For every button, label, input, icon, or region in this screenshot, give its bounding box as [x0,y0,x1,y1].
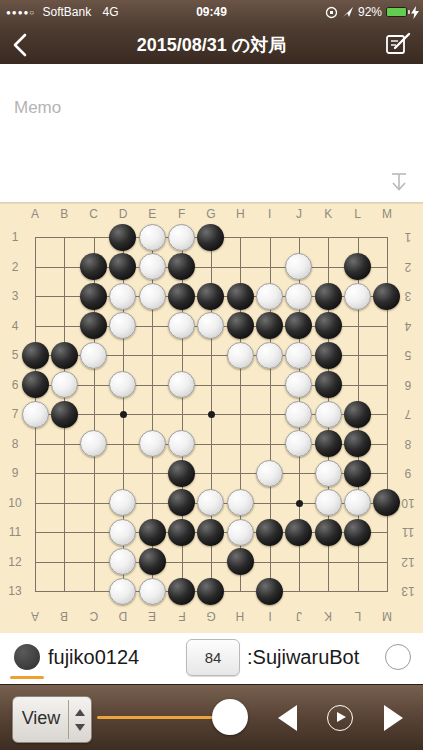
black-stone [315,312,342,339]
row-label-right: 2 [395,260,421,274]
view-button[interactable]: View [12,696,92,743]
black-stone [227,283,254,310]
memo-placeholder: Memo [14,98,61,118]
row-label-left: 2 [2,260,28,274]
star-point [208,411,215,418]
white-stone [109,371,136,398]
white-stone [109,312,136,339]
white-stone [285,253,312,280]
black-stone [168,283,195,310]
row-label-right: 8 [395,437,421,451]
white-stone [227,342,254,369]
black-stone [344,430,371,457]
black-stone [80,312,107,339]
location-icon [342,6,354,18]
column-label-bottom: L [349,609,367,623]
black-stone [197,224,224,251]
view-button-label: View [13,708,69,729]
black-stone [227,548,254,575]
column-label-bottom: C [85,609,103,623]
white-stone [285,401,312,428]
black-stone [139,548,166,575]
white-player-name: :SujiwaruBot [247,646,359,669]
white-stone [80,342,107,369]
view-stepper-icon[interactable] [74,709,86,731]
row-label-left: 13 [2,584,28,598]
column-label-top: D [114,207,132,221]
black-stone [197,578,224,605]
black-stone [168,519,195,546]
status-right: 92% [325,4,419,20]
white-stone [227,519,254,546]
column-label-bottom: F [173,609,191,623]
row-label-right: 11 [395,525,421,539]
black-stone [373,489,400,516]
black-stone [22,371,49,398]
black-stone [80,283,107,310]
white-stone [344,489,371,516]
column-label-bottom: G [202,609,220,623]
black-stone [51,342,78,369]
black-stone [344,253,371,280]
white-stone [139,430,166,457]
stepper-up-icon [75,709,85,716]
battery-icon [386,7,407,17]
row-label-right: 5 [395,348,421,362]
white-stone [285,283,312,310]
column-label-top: L [349,207,367,221]
white-stone [285,342,312,369]
column-label-top: B [55,207,73,221]
white-stone [315,489,342,516]
row-label-left: 1 [2,230,28,244]
white-stone [139,283,166,310]
row-label-left: 10 [2,496,28,510]
white-stone [139,224,166,251]
black-stone [109,224,136,251]
app-screen: ●●●●○ SoftBank 4G 09:49 92% [0,0,423,750]
black-stone [315,519,342,546]
white-stone [51,371,78,398]
page-title: 2015/08/31 の対局 [0,33,423,57]
column-label-bottom: H [231,609,249,623]
column-label-top: I [261,207,279,221]
black-stone [227,312,254,339]
black-stone [315,342,342,369]
autoplay-button[interactable] [327,705,353,731]
white-stone [256,342,283,369]
rotation-lock-icon [325,6,338,19]
column-label-bottom: B [55,609,73,623]
black-player-name: fujiko0124 [48,646,139,669]
black-turn-indicator [10,676,44,679]
black-stone [22,342,49,369]
column-label-bottom: M [378,609,396,623]
column-label-top: K [319,207,337,221]
memo-field[interactable]: Memo [0,64,423,203]
black-stone [285,312,312,339]
move-slider-thumb[interactable] [212,699,248,735]
white-stone [22,401,49,428]
white-stone [109,578,136,605]
column-label-top: J [290,207,308,221]
player-bar: fujiko0124 84 :SujiwaruBot [0,633,423,684]
black-stone [109,253,136,280]
white-stone [168,312,195,339]
white-stone [227,489,254,516]
black-stone [256,519,283,546]
white-stone [256,460,283,487]
row-label-left: 9 [2,466,28,480]
row-label-right: 12 [395,555,421,569]
black-stone [256,312,283,339]
black-stone [80,253,107,280]
row-label-right: 9 [395,466,421,480]
row-label-left: 12 [2,555,28,569]
go-board[interactable]: AABBCCDDEEFFGGHHIIJJKKLLMM11223344556677… [0,203,423,634]
star-point [120,411,127,418]
white-stone [168,371,195,398]
row-label-right: 7 [395,407,421,421]
column-label-bottom: I [261,609,279,623]
white-stone [197,489,224,516]
row-label-right: 13 [395,584,421,598]
download-icon[interactable] [387,170,411,194]
next-move-button[interactable] [384,705,403,731]
row-label-right: 6 [395,378,421,392]
star-point [296,500,303,507]
charging-icon [411,6,419,19]
black-stone [197,283,224,310]
black-stone [168,578,195,605]
black-stone [285,519,312,546]
black-stone [197,519,224,546]
black-stone [168,460,195,487]
column-label-top: G [202,207,220,221]
white-stone-avatar [385,644,411,670]
row-label-left: 8 [2,437,28,451]
white-stone [344,283,371,310]
black-stone [315,283,342,310]
row-label-right: 1 [395,230,421,244]
white-stone [109,519,136,546]
battery-percent-label: 92% [358,5,382,19]
white-stone [256,283,283,310]
column-label-top: H [231,207,249,221]
black-stone [344,460,371,487]
row-label-left: 4 [2,319,28,333]
white-stone [197,312,224,339]
header: ●●●●○ SoftBank 4G 09:49 92% [0,0,423,64]
column-label-bottom: D [114,609,132,623]
black-stone [373,283,400,310]
row-label-right: 4 [395,319,421,333]
black-stone [168,253,195,280]
move-counter-button[interactable]: 84 [186,639,240,676]
white-stone [139,578,166,605]
white-stone [315,460,342,487]
black-stone [315,430,342,457]
white-stone [109,283,136,310]
stepper-down-icon [75,724,85,731]
column-label-top: A [26,207,44,221]
edit-button[interactable] [385,31,411,57]
white-stone [80,430,107,457]
white-stone [109,489,136,516]
black-stone [315,371,342,398]
row-label-left: 11 [2,525,28,539]
previous-move-button[interactable] [278,705,297,731]
play-icon [337,712,346,722]
black-stone [344,519,371,546]
column-label-top: M [378,207,396,221]
row-label-left: 3 [2,289,28,303]
white-stone [285,371,312,398]
column-label-bottom: E [143,609,161,623]
white-stone [109,548,136,575]
column-label-bottom: J [290,609,308,623]
white-stone [285,430,312,457]
black-stone [139,519,166,546]
column-label-bottom: A [26,609,44,623]
black-stone [256,578,283,605]
black-stone-avatar [14,644,40,670]
column-label-top: E [143,207,161,221]
white-stone [168,430,195,457]
nav-bar: 2015/08/31 の対局 [0,25,423,64]
status-bar: ●●●●○ SoftBank 4G 09:49 92% [0,0,423,25]
view-button-divider [68,700,69,739]
black-stone [344,401,371,428]
black-stone [51,401,78,428]
white-stone [315,401,342,428]
black-stone [168,489,195,516]
column-label-bottom: K [319,609,337,623]
column-label-top: F [173,207,191,221]
white-stone [139,253,166,280]
white-stone [168,224,195,251]
column-label-top: C [85,207,103,221]
